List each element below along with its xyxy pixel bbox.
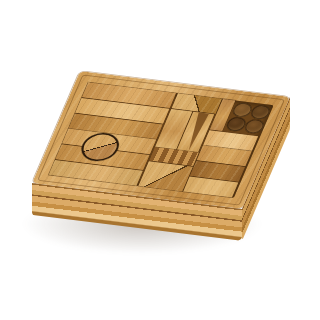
piece-cylinder-bottom-right [243,118,266,134]
piece-cylinder-top-right [249,104,272,120]
piece-cylinder-top-left [231,102,254,118]
piece-cylinder-bottom-left [224,116,247,132]
board [49,82,274,198]
wooden-blocks-tray-photo [0,0,320,320]
